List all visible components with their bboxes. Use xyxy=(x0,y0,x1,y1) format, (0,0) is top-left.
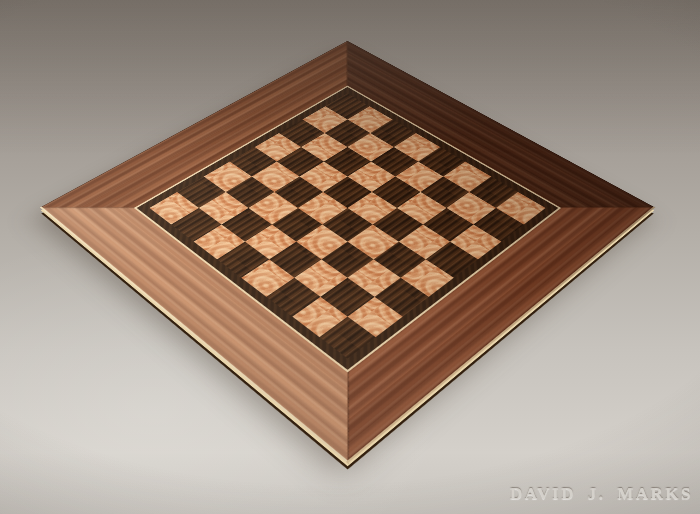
board-scene xyxy=(0,0,700,514)
chessboard xyxy=(39,40,654,462)
photo-canvas: DAVID J. MARKS xyxy=(0,0,700,514)
miter-joint-east xyxy=(559,206,654,207)
watermark-text: DAVID J. MARKS xyxy=(510,484,693,504)
miter-joint-west xyxy=(39,207,134,208)
miter-joint-south xyxy=(347,370,348,462)
board-top-face xyxy=(39,40,654,462)
miter-joint-north xyxy=(346,40,347,85)
